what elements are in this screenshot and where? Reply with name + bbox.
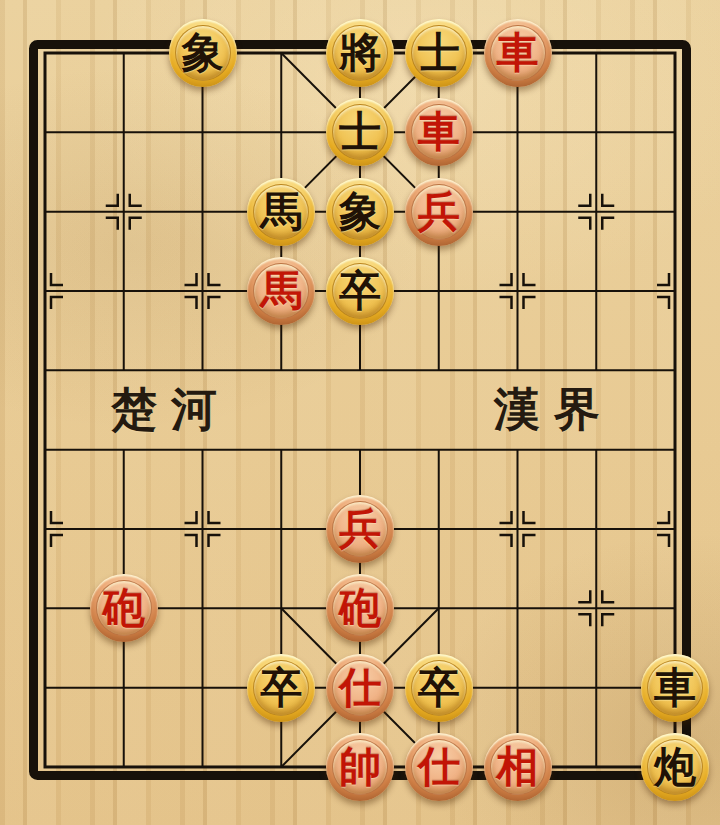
piece-red-advisor[interactable]: 仕 (326, 654, 394, 722)
piece-glyph: 砲 (339, 587, 381, 629)
xiangqi-app: 楚河 漢界 象將士車士車馬象兵馬卒兵砲砲卒仕卒車帥仕相炮 (0, 0, 720, 825)
piece-black-elephant[interactable]: 象 (326, 178, 394, 246)
piece-glyph: 卒 (418, 667, 460, 709)
piece-glyph: 車 (418, 111, 460, 153)
piece-glyph: 卒 (339, 270, 381, 312)
piece-glyph: 炮 (654, 746, 696, 788)
piece-glyph: 仕 (418, 746, 460, 788)
piece-black-advisor[interactable]: 士 (405, 19, 473, 87)
piece-glyph: 相 (497, 746, 539, 788)
piece-glyph: 馬 (260, 191, 302, 233)
piece-red-general[interactable]: 帥 (326, 733, 394, 801)
piece-glyph: 馬 (260, 270, 302, 312)
piece-glyph: 將 (339, 32, 381, 74)
piece-black-general[interactable]: 將 (326, 19, 394, 87)
piece-red-soldier[interactable]: 兵 (326, 495, 394, 563)
piece-red-elephant[interactable]: 相 (484, 733, 552, 801)
piece-glyph: 兵 (339, 508, 381, 550)
piece-glyph: 士 (339, 111, 381, 153)
piece-red-chariot[interactable]: 車 (484, 19, 552, 87)
piece-glyph: 象 (182, 32, 224, 74)
piece-black-cannon[interactable]: 炮 (641, 733, 709, 801)
piece-glyph: 砲 (103, 587, 145, 629)
piece-glyph: 象 (339, 191, 381, 233)
river-label-han-jie: 漢界 (494, 386, 614, 432)
river-label-chu-he: 楚河 (111, 386, 231, 432)
piece-black-advisor[interactable]: 士 (326, 98, 394, 166)
piece-glyph: 士 (418, 32, 460, 74)
piece-glyph: 卒 (260, 667, 302, 709)
piece-red-cannon[interactable]: 砲 (90, 574, 158, 642)
piece-red-cannon[interactable]: 砲 (326, 574, 394, 642)
piece-glyph: 兵 (418, 191, 460, 233)
piece-glyph: 仕 (339, 667, 381, 709)
piece-black-soldier[interactable]: 卒 (326, 257, 394, 325)
piece-black-horse[interactable]: 馬 (247, 178, 315, 246)
piece-glyph: 帥 (339, 746, 381, 788)
piece-black-soldier[interactable]: 卒 (405, 654, 473, 722)
piece-black-chariot[interactable]: 車 (641, 654, 709, 722)
piece-red-horse[interactable]: 馬 (247, 257, 315, 325)
piece-red-chariot[interactable]: 車 (405, 98, 473, 166)
piece-black-elephant[interactable]: 象 (169, 19, 237, 87)
piece-red-advisor[interactable]: 仕 (405, 733, 473, 801)
piece-black-soldier[interactable]: 卒 (247, 654, 315, 722)
piece-glyph: 車 (497, 32, 539, 74)
piece-glyph: 車 (654, 667, 696, 709)
piece-red-soldier[interactable]: 兵 (405, 178, 473, 246)
